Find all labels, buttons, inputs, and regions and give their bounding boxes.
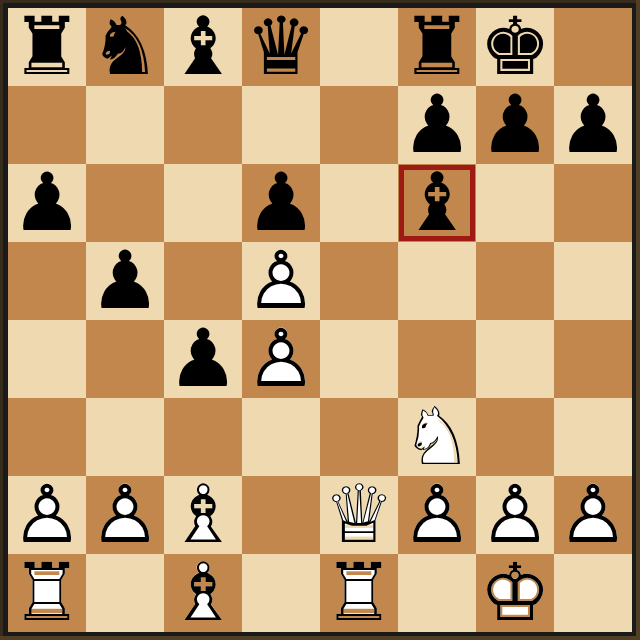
white-pawn-icon: ♙	[554, 476, 632, 554]
square-f1[interactable]	[398, 554, 476, 632]
white-rook-icon: ♖	[8, 554, 86, 632]
square-c7[interactable]	[164, 86, 242, 164]
chessboard-frame: ♜♞♝♛♜♚♟♟♟♟♟♝♟♟♙♟♟♙♞♘♟♙♟♙♝♗♛♕♟♙♟♙♟♙♜♖♝♗♜♖…	[0, 0, 640, 640]
white-bishop-icon: ♗	[164, 554, 242, 632]
square-g8[interactable]: ♚	[476, 8, 554, 86]
square-g1[interactable]: ♚♔	[476, 554, 554, 632]
square-b5[interactable]: ♟	[86, 242, 164, 320]
square-d1[interactable]	[242, 554, 320, 632]
square-g7[interactable]: ♟	[476, 86, 554, 164]
white-pawn-icon: ♙	[86, 476, 164, 554]
black-pawn-icon: ♟	[398, 86, 476, 164]
square-e2[interactable]: ♛♕	[320, 476, 398, 554]
square-d3[interactable]	[242, 398, 320, 476]
square-c4[interactable]: ♟	[164, 320, 242, 398]
black-queen[interactable]: ♛	[242, 8, 320, 86]
square-d2[interactable]	[242, 476, 320, 554]
square-f3[interactable]: ♞♘	[398, 398, 476, 476]
square-c3[interactable]	[164, 398, 242, 476]
square-d4[interactable]: ♟♙	[242, 320, 320, 398]
square-a5[interactable]	[8, 242, 86, 320]
square-d6[interactable]: ♟	[242, 164, 320, 242]
black-pawn-icon: ♟	[8, 164, 86, 242]
square-d8[interactable]: ♛	[242, 8, 320, 86]
white-king-icon: ♔	[476, 554, 554, 632]
white-king[interactable]: ♚♔	[476, 554, 554, 632]
white-pawn[interactable]: ♟♙	[398, 476, 476, 554]
square-e7[interactable]	[320, 86, 398, 164]
white-knight-icon: ♘	[398, 398, 476, 476]
white-rook-icon: ♖	[320, 554, 398, 632]
white-bishop[interactable]: ♝♗	[164, 476, 242, 554]
square-h5[interactable]	[554, 242, 632, 320]
black-king[interactable]: ♚	[476, 8, 554, 86]
square-e8[interactable]	[320, 8, 398, 86]
white-pawn[interactable]: ♟♙	[8, 476, 86, 554]
square-h8[interactable]	[554, 8, 632, 86]
square-h3[interactable]	[554, 398, 632, 476]
square-f4[interactable]	[398, 320, 476, 398]
black-queen-icon: ♛	[242, 8, 320, 86]
square-e3[interactable]	[320, 398, 398, 476]
black-pawn[interactable]: ♟	[476, 86, 554, 164]
black-pawn[interactable]: ♟	[242, 164, 320, 242]
square-b2[interactable]: ♟♙	[86, 476, 164, 554]
square-c1[interactable]: ♝♗	[164, 554, 242, 632]
square-a8[interactable]: ♜	[8, 8, 86, 86]
white-pawn-icon: ♙	[398, 476, 476, 554]
black-pawn[interactable]: ♟	[554, 86, 632, 164]
white-knight[interactable]: ♞♘	[398, 398, 476, 476]
square-h7[interactable]: ♟	[554, 86, 632, 164]
black-rook-icon: ♜	[398, 8, 476, 86]
white-pawn[interactable]: ♟♙	[242, 242, 320, 320]
black-knight[interactable]: ♞	[86, 8, 164, 86]
chessboard: ♜♞♝♛♜♚♟♟♟♟♟♝♟♟♙♟♟♙♞♘♟♙♟♙♝♗♛♕♟♙♟♙♟♙♜♖♝♗♜♖…	[8, 8, 632, 632]
square-f5[interactable]	[398, 242, 476, 320]
white-pawn[interactable]: ♟♙	[86, 476, 164, 554]
square-h6[interactable]	[554, 164, 632, 242]
square-f2[interactable]: ♟♙	[398, 476, 476, 554]
black-pawn-icon: ♟	[476, 86, 554, 164]
black-pawn-icon: ♟	[164, 320, 242, 398]
black-pawn-icon: ♟	[242, 164, 320, 242]
black-king-icon: ♚	[476, 8, 554, 86]
square-g2[interactable]: ♟♙	[476, 476, 554, 554]
square-g6[interactable]	[476, 164, 554, 242]
white-rook[interactable]: ♜♖	[320, 554, 398, 632]
square-f8[interactable]: ♜	[398, 8, 476, 86]
white-pawn[interactable]: ♟♙	[476, 476, 554, 554]
square-h1[interactable]	[554, 554, 632, 632]
white-pawn[interactable]: ♟♙	[242, 320, 320, 398]
square-a2[interactable]: ♟♙	[8, 476, 86, 554]
square-c6[interactable]	[164, 164, 242, 242]
black-bishop-icon: ♝	[164, 8, 242, 86]
black-bishop[interactable]: ♝	[164, 8, 242, 86]
square-e4[interactable]	[320, 320, 398, 398]
black-rook[interactable]: ♜	[398, 8, 476, 86]
white-pawn-icon: ♙	[242, 320, 320, 398]
square-b4[interactable]	[86, 320, 164, 398]
square-f6[interactable]: ♝	[398, 164, 476, 242]
black-rook[interactable]: ♜	[8, 8, 86, 86]
black-pawn[interactable]: ♟	[86, 242, 164, 320]
square-b6[interactable]	[86, 164, 164, 242]
square-a6[interactable]: ♟	[8, 164, 86, 242]
black-knight-icon: ♞	[86, 8, 164, 86]
white-bishop[interactable]: ♝♗	[164, 554, 242, 632]
black-bishop-icon: ♝	[398, 164, 476, 242]
square-d7[interactable]	[242, 86, 320, 164]
square-a4[interactable]	[8, 320, 86, 398]
square-e6[interactable]	[320, 164, 398, 242]
black-pawn-icon: ♟	[554, 86, 632, 164]
square-d5[interactable]: ♟♙	[242, 242, 320, 320]
square-b8[interactable]: ♞	[86, 8, 164, 86]
square-g4[interactable]	[476, 320, 554, 398]
white-pawn-icon: ♙	[242, 242, 320, 320]
square-g3[interactable]	[476, 398, 554, 476]
white-pawn[interactable]: ♟♙	[554, 476, 632, 554]
black-rook-icon: ♜	[8, 8, 86, 86]
black-pawn[interactable]: ♟	[164, 320, 242, 398]
white-rook[interactable]: ♜♖	[8, 554, 86, 632]
square-a3[interactable]	[8, 398, 86, 476]
square-c2[interactable]: ♝♗	[164, 476, 242, 554]
white-pawn-icon: ♙	[476, 476, 554, 554]
white-queen[interactable]: ♛♕	[320, 476, 398, 554]
white-pawn-icon: ♙	[8, 476, 86, 554]
square-b7[interactable]	[86, 86, 164, 164]
square-a1[interactable]: ♜♖	[8, 554, 86, 632]
white-bishop-icon: ♗	[164, 476, 242, 554]
square-g5[interactable]	[476, 242, 554, 320]
black-bishop[interactable]: ♝	[398, 164, 476, 242]
square-e1[interactable]: ♜♖	[320, 554, 398, 632]
square-f7[interactable]: ♟	[398, 86, 476, 164]
square-h2[interactable]: ♟♙	[554, 476, 632, 554]
black-pawn[interactable]: ♟	[8, 164, 86, 242]
square-c8[interactable]: ♝	[164, 8, 242, 86]
black-pawn-icon: ♟	[86, 242, 164, 320]
square-e5[interactable]	[320, 242, 398, 320]
square-h4[interactable]	[554, 320, 632, 398]
square-c5[interactable]	[164, 242, 242, 320]
square-b3[interactable]	[86, 398, 164, 476]
black-pawn[interactable]: ♟	[398, 86, 476, 164]
square-a7[interactable]	[8, 86, 86, 164]
square-b1[interactable]	[86, 554, 164, 632]
white-queen-icon: ♕	[320, 476, 398, 554]
